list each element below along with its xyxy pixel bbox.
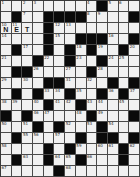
cell-6-10[interactable] [108,67,119,78]
block-cell [97,122,108,133]
clue-number: 46 [34,111,39,115]
clue-number: 37 [130,89,135,93]
clue-number: 64 [55,155,60,159]
cell-11-11[interactable] [119,122,130,133]
cell-15-2[interactable] [22,166,33,177]
cell-15-6[interactable]: 68 [65,166,76,177]
cell-0-4[interactable] [44,1,55,12]
cell-7-1[interactable] [12,78,23,89]
clue-number: 66 [87,155,92,159]
cell-8-4[interactable]: 33 [44,89,55,100]
cell-0-6[interactable] [65,1,76,12]
block-cell [44,12,55,23]
clue-number: 5 [108,1,111,5]
clue-number: 8 [87,12,90,16]
cell-4-9[interactable]: 19 [97,45,108,56]
cell-8-2[interactable] [22,89,33,100]
clue-number: 63 [23,155,28,159]
cell-7-2[interactable]: 30 [22,78,33,89]
cell-15-9[interactable] [97,166,108,177]
cell-9-12[interactable] [129,100,140,111]
cell-11-10[interactable]: 54 [108,122,119,133]
cell-5-4[interactable]: 22 [44,56,55,67]
clue-number: 31 [66,78,71,82]
clue-number: 51 [23,122,28,126]
clue-number: 58 [2,144,7,148]
cell-0-7[interactable] [76,1,87,12]
cell-12-8[interactable] [87,133,98,144]
block-cell [12,133,23,144]
block-cell [44,155,55,166]
cell-3-1[interactable] [12,34,23,45]
cell-5-10[interactable]: 24 [108,56,119,67]
cell-6-3[interactable]: 26 [33,67,44,78]
block-cell [129,111,140,122]
cell-12-2[interactable]: 55 [22,133,33,144]
block-cell [12,45,23,56]
cell-11-1[interactable] [12,122,23,133]
clue-number: 61 [108,144,113,148]
cell-11-8[interactable]: 53 [87,122,98,133]
block-cell [119,144,130,155]
cell-14-12[interactable] [129,155,140,166]
clue-number: 48 [76,111,81,115]
cell-5-7[interactable]: 23 [76,56,87,67]
cell-6-7[interactable] [76,67,87,78]
cell-14-9[interactable] [97,155,108,166]
clue-number: 33 [44,89,49,93]
cell-0-1[interactable] [12,1,23,12]
cell-10-4[interactable]: 47 [44,111,55,122]
crossword-board: 12345678910N11ET121314151617181920212223… [0,0,140,177]
clue-number: 6 [119,1,122,5]
cell-7-0[interactable]: 29 [1,78,12,89]
clue-number: 32 [87,78,92,82]
cell-3-6[interactable] [65,34,76,45]
block-cell [44,144,55,155]
cell-15-3[interactable] [33,166,44,177]
clue-number: 43 [87,100,92,104]
cell-0-0[interactable]: 1 [1,1,12,12]
clue-number: 47 [44,111,49,115]
cell-10-11[interactable] [119,111,130,122]
cell-13-3[interactable] [33,144,44,155]
clue-number: 57 [55,133,60,137]
clue-number: 25 [119,56,124,60]
cell-5-5[interactable] [54,56,65,67]
cell-7-8[interactable]: 32 [87,78,98,89]
cell-2-9[interactable] [97,23,108,34]
cell-11-0[interactable]: 50 [1,122,12,133]
clue-number: 21 [2,56,7,60]
clue-number: 38 [2,100,7,104]
clue-number: 15 [55,34,60,38]
cell-letter: T [22,25,32,33]
clue-number: 13 [66,23,71,27]
clue-number: 9 [98,12,101,16]
block-cell [12,67,23,78]
cell-14-8[interactable]: 66 [87,155,98,166]
clue-number: 39 [12,100,17,104]
cell-13-0[interactable]: 58 [1,144,12,155]
cell-6-9[interactable]: 28 [97,67,108,78]
cell-8-12[interactable]: 37 [129,89,140,100]
clue-number: 67 [2,166,7,170]
block-cell [44,23,55,34]
clue-number: 22 [44,56,49,60]
clue-number: 62 [130,144,135,148]
clue-number: 50 [2,122,7,126]
clue-number: 60 [98,144,103,148]
cell-1-3[interactable] [33,12,44,23]
cell-0-5[interactable] [54,1,65,12]
cell-10-1[interactable] [12,111,23,122]
clue-number: 28 [98,67,103,71]
block-cell [129,12,140,23]
block-cell [12,155,23,166]
cell-3-0[interactable]: 14 [1,34,12,45]
clue-number: 53 [87,122,92,126]
cell-13-12[interactable]: 62 [129,144,140,155]
cell-15-12[interactable] [129,166,140,177]
cell-3-11[interactable] [119,34,130,45]
clue-number: 26 [34,67,39,71]
cell-0-3[interactable]: 3 [33,1,44,12]
cell-4-5[interactable] [54,45,65,56]
clue-number: 42 [66,100,71,104]
clue-number: 20 [130,45,135,49]
clue-number: 7 [23,12,26,16]
clue-number: 3 [34,1,37,5]
cell-7-11[interactable] [119,78,130,89]
clue-number: 19 [98,45,103,49]
cell-14-10[interactable] [108,155,119,166]
cell-2-12[interactable] [129,23,140,34]
cell-1-9[interactable]: 9 [97,12,108,23]
cell-1-8[interactable]: 8 [87,12,98,23]
cell-12-11[interactable] [119,133,130,144]
cell-1-11[interactable] [119,12,130,23]
clue-number: 24 [108,56,113,60]
clue-number: 12 [55,23,60,27]
cell-3-10[interactable]: 16 [108,34,119,45]
cell-4-12[interactable]: 20 [129,45,140,56]
cell-4-3[interactable] [33,45,44,56]
cell-10-3[interactable]: 46 [33,111,44,122]
cell-6-5[interactable] [54,67,65,78]
cell-9-5[interactable]: 41 [54,100,65,111]
cell-12-4[interactable] [44,133,55,144]
cell-11-7[interactable] [76,122,87,133]
cell-10-5[interactable] [54,111,65,122]
clue-number: 14 [2,34,7,38]
cell-2-8[interactable] [87,23,98,34]
clue-number: 36 [108,89,113,93]
cell-11-6[interactable]: 52 [65,122,76,133]
cell-2-2[interactable]: T [22,23,33,34]
cell-8-10[interactable]: 36 [108,89,119,100]
clue-number: 34 [55,89,60,93]
cell-13-1[interactable] [12,144,23,155]
cell-9-10[interactable] [108,100,119,111]
clue-number: 45 [119,100,124,104]
clue-number: 41 [55,100,60,104]
cell-12-5[interactable]: 57 [54,133,65,144]
clue-number: 52 [66,122,71,126]
clue-number: 1 [2,1,5,5]
cell-5-12[interactable] [129,56,140,67]
clue-number: 49 [98,111,103,115]
block-cell [119,155,130,166]
cell-3-5[interactable]: 15 [54,34,65,45]
clue-number: 68 [66,166,71,170]
cell-2-7[interactable] [76,23,87,34]
clue-number: 44 [98,100,103,104]
cell-12-6[interactable] [65,133,76,144]
cell-14-2[interactable]: 63 [22,155,33,166]
clue-number: 59 [76,144,81,148]
cell-1-10[interactable] [108,12,119,23]
cell-12-3[interactable]: 56 [33,133,44,144]
clue-number: 23 [76,56,81,60]
block-cell [87,45,98,56]
cell-5-1[interactable] [12,56,23,67]
cell-2-1[interactable]: 11E [12,23,23,34]
cell-15-7[interactable] [76,166,87,177]
clue-number: 30 [23,78,28,82]
clue-number: 27 [66,67,71,71]
block-cell [87,34,98,45]
cell-0-12[interactable] [129,1,140,12]
cell-7-9[interactable] [97,78,108,89]
cell-15-4[interactable] [44,166,55,177]
cell-6-12[interactable] [129,67,140,78]
cell-10-7[interactable]: 48 [76,111,87,122]
block-cell [54,166,65,177]
cell-6-4[interactable] [44,67,55,78]
clue-number: 17 [23,45,28,49]
block-cell [44,34,55,45]
cell-10-9[interactable]: 49 [97,111,108,122]
clue-number: 29 [2,78,7,82]
clue-number: 54 [108,122,113,126]
cell-0-10[interactable]: 5 [108,1,119,12]
cell-1-2[interactable]: 7 [22,12,33,23]
cell-15-10[interactable] [108,166,119,177]
cell-7-3[interactable] [33,78,44,89]
clue-number: 18 [76,45,81,49]
cell-2-6[interactable]: 13 [65,23,76,34]
cell-letter: N [1,25,11,33]
clue-number: 65 [66,155,71,159]
clue-number: 4 [87,1,90,5]
cell-2-3[interactable] [33,23,44,34]
cell-0-11[interactable]: 6 [119,1,130,12]
cell-15-8[interactable] [87,166,98,177]
cell-14-3[interactable] [33,155,44,166]
cell-13-9[interactable]: 60 [97,144,108,155]
cell-11-4[interactable] [44,122,55,133]
cell-8-7[interactable]: 35 [76,89,87,100]
block-cell [76,155,87,166]
clue-number: 56 [34,133,39,137]
cell-13-10[interactable]: 61 [108,144,119,155]
cell-5-8[interactable] [87,56,98,67]
clue-number: 16 [108,34,113,38]
cell-13-7[interactable]: 59 [76,144,87,155]
cell-5-11[interactable]: 25 [119,56,130,67]
cell-7-6[interactable]: 31 [65,78,76,89]
cell-9-2[interactable] [22,100,33,111]
cell-11-12[interactable] [129,122,140,133]
block-cell [65,45,76,56]
cell-6-11[interactable] [119,67,130,78]
cell-15-11[interactable] [119,166,130,177]
cell-9-6[interactable]: 42 [65,100,76,111]
cell-5-2[interactable] [22,56,33,67]
cell-14-5[interactable]: 64 [54,155,65,166]
cell-5-0[interactable]: 21 [1,56,12,67]
clue-number: 55 [23,133,28,137]
cell-9-11[interactable]: 45 [119,100,130,111]
clue-number: 35 [76,89,81,93]
cell-9-8[interactable]: 43 [87,100,98,111]
cell-15-1[interactable] [12,166,23,177]
cell-letter: E [12,25,22,33]
cell-2-11[interactable] [119,23,130,34]
cell-9-1[interactable]: 39 [12,100,23,111]
clue-number: 40 [34,100,39,104]
cell-3-3[interactable] [33,34,44,45]
cell-15-0[interactable]: 67 [1,166,12,177]
block-cell [76,12,87,23]
cell-9-0[interactable]: 38 [1,100,12,111]
cell-4-2[interactable]: 17 [22,45,33,56]
clue-number: 2 [23,1,26,5]
